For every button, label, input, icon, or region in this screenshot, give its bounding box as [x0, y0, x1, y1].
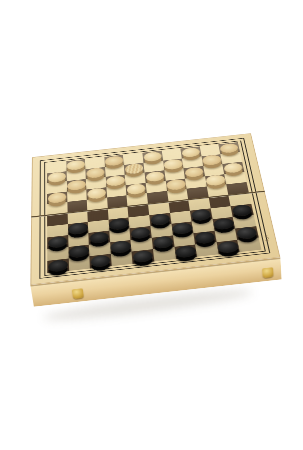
- square-r10c10[interactable]: [238, 238, 262, 252]
- square-r6c2[interactable]: [67, 211, 88, 224]
- black-piece[interactable]: [175, 245, 197, 258]
- square-r8c10[interactable]: [233, 215, 256, 229]
- square-r9c2[interactable]: [68, 245, 89, 259]
- square-r6c10[interactable]: [229, 193, 252, 206]
- square-r7c6[interactable]: [149, 213, 171, 226]
- square-r8c9[interactable]: [212, 217, 235, 231]
- black-piece[interactable]: [172, 222, 193, 235]
- black-piece[interactable]: [232, 204, 253, 217]
- black-piece[interactable]: [68, 222, 88, 235]
- square-r6c6[interactable]: [148, 202, 170, 215]
- square-r8c6[interactable]: [150, 224, 172, 238]
- square-r8c4[interactable]: [109, 228, 131, 242]
- square-r9c6[interactable]: [152, 235, 174, 249]
- black-piece[interactable]: [217, 240, 239, 253]
- square-r8c3[interactable]: [88, 231, 109, 245]
- square-r10c9[interactable]: [216, 240, 240, 254]
- square-r10c5[interactable]: [132, 249, 154, 263]
- black-piece[interactable]: [109, 218, 129, 231]
- black-piece[interactable]: [150, 213, 171, 226]
- square-r7c4[interactable]: [108, 217, 129, 231]
- square-r8c1[interactable]: [47, 235, 68, 249]
- square-r9c3[interactable]: [89, 242, 111, 256]
- square-r6c8[interactable]: [188, 197, 210, 210]
- square-r7c10[interactable]: [231, 204, 254, 217]
- board-grid: [47, 142, 261, 273]
- black-piece[interactable]: [89, 231, 109, 244]
- square-r6c7[interactable]: [168, 200, 190, 213]
- black-piece[interactable]: [152, 236, 173, 249]
- square-r9c9[interactable]: [214, 228, 237, 242]
- square-r6c1[interactable]: [47, 213, 67, 226]
- perspective-scene: [18, 74, 277, 333]
- black-piece[interactable]: [191, 209, 212, 222]
- brand-signature-mark: [263, 234, 271, 242]
- square-r7c9[interactable]: [210, 206, 233, 219]
- black-piece[interactable]: [130, 227, 151, 240]
- square-r10c8[interactable]: [195, 242, 218, 256]
- square-r9c8[interactable]: [193, 231, 216, 245]
- black-piece[interactable]: [90, 254, 111, 268]
- square-r10c7[interactable]: [174, 245, 197, 259]
- square-r7c8[interactable]: [190, 208, 212, 221]
- black-piece[interactable]: [194, 231, 216, 244]
- product-photo-stage: [0, 0, 303, 450]
- brass-clasp-left[interactable]: [72, 288, 84, 299]
- black-piece[interactable]: [48, 259, 68, 273]
- square-r8c8[interactable]: [192, 219, 215, 233]
- board-rotation-wrapper: [18, 74, 277, 333]
- black-piece[interactable]: [213, 217, 235, 230]
- square-r6c3[interactable]: [87, 208, 108, 221]
- brass-clasp-right[interactable]: [262, 267, 274, 278]
- square-r8c7[interactable]: [171, 222, 193, 236]
- black-piece[interactable]: [111, 240, 132, 253]
- square-r7c5[interactable]: [129, 215, 151, 228]
- square-r9c5[interactable]: [131, 238, 153, 252]
- square-r10c4[interactable]: [111, 252, 133, 266]
- black-piece[interactable]: [48, 236, 68, 249]
- square-r8c5[interactable]: [130, 226, 152, 240]
- square-r9c10[interactable]: [235, 226, 258, 240]
- black-piece[interactable]: [236, 227, 258, 240]
- square-r7c2[interactable]: [68, 222, 89, 236]
- square-r9c7[interactable]: [173, 233, 196, 247]
- square-r8c2[interactable]: [68, 233, 89, 247]
- square-r6c9[interactable]: [209, 195, 231, 208]
- square-r6c4[interactable]: [108, 206, 129, 219]
- black-piece[interactable]: [133, 250, 154, 264]
- square-r6c5[interactable]: [128, 204, 149, 217]
- square-r10c6[interactable]: [153, 247, 176, 261]
- square-r10c1[interactable]: [47, 259, 68, 274]
- square-r7c1[interactable]: [47, 224, 68, 238]
- square-r9c1[interactable]: [47, 247, 68, 261]
- square-r7c3[interactable]: [88, 219, 109, 233]
- square-r10c3[interactable]: [90, 254, 112, 268]
- square-r9c4[interactable]: [110, 240, 132, 254]
- black-piece[interactable]: [69, 245, 89, 258]
- square-r10c2[interactable]: [68, 256, 90, 270]
- draughts-box: [30, 133, 280, 285]
- square-r7c7[interactable]: [170, 210, 192, 223]
